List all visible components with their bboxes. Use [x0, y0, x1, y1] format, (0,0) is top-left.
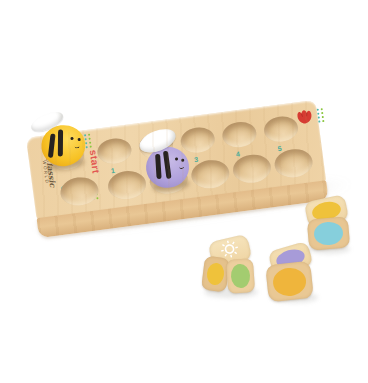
purple-yellow-die[interactable] — [267, 246, 315, 300]
purple-bee[interactable] — [144, 144, 192, 190]
blue-die-front-face — [307, 216, 351, 250]
yellow-blue-die[interactable] — [305, 198, 351, 250]
sun-die-right-face — [226, 258, 255, 294]
finish-dots — [317, 108, 327, 125]
green-pip — [230, 263, 251, 288]
hole-number-5: 5 — [277, 145, 282, 152]
hole-number-1: 1 — [111, 167, 116, 174]
tulip-icon — [292, 106, 317, 131]
hole-front-start[interactable] — [59, 175, 100, 208]
game-board: Classic WORLD start — [26, 100, 329, 238]
hole-back-1[interactable] — [96, 136, 133, 165]
hole-back-4[interactable] — [221, 120, 258, 149]
light-blue-pip — [313, 221, 344, 246]
hole-number-3: 3 — [194, 156, 199, 163]
scene: Classic WORLD start — [0, 0, 368, 383]
orange-yellow-pip — [272, 266, 308, 297]
yellow-bee[interactable] — [39, 122, 88, 168]
sun-die-left-face — [201, 256, 230, 293]
purple-die-front-face — [265, 261, 314, 303]
yellow-pip — [206, 262, 226, 286]
hole-number-4: 4 — [235, 150, 240, 157]
sun-die[interactable] — [203, 238, 255, 296]
